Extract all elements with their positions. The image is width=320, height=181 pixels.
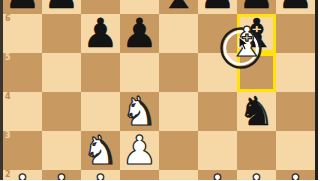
white-pawn-h2[interactable]: ♟ bbox=[278, 170, 314, 181]
white-pawn-c2[interactable]: ♟ bbox=[83, 170, 119, 181]
white-knight-d4[interactable]: ♞ bbox=[122, 92, 158, 131]
black-pawn-h7[interactable]: ♟ bbox=[278, 0, 314, 14]
black-pawn-f7[interactable]: ♟ bbox=[200, 0, 236, 14]
rank-label-3: 3 bbox=[5, 132, 11, 140]
square-d6[interactable]: ♟ bbox=[120, 14, 159, 53]
square-b6[interactable] bbox=[42, 14, 81, 53]
square-e6[interactable] bbox=[159, 14, 198, 53]
black-pawn-d6[interactable]: ♟ bbox=[122, 14, 158, 53]
square-h2[interactable]: ♟ bbox=[276, 170, 315, 181]
square-b3[interactable] bbox=[42, 131, 81, 170]
square-c5[interactable] bbox=[81, 53, 120, 92]
square-f4[interactable] bbox=[198, 92, 237, 131]
square-g2[interactable]: ♟ bbox=[237, 170, 276, 181]
white-pawn-f2[interactable]: ♟ bbox=[200, 170, 236, 181]
white-knight-c3[interactable]: ♞ bbox=[83, 131, 119, 170]
square-e4[interactable] bbox=[159, 92, 198, 131]
black-pawn-a7[interactable]: ♟ bbox=[5, 0, 41, 14]
square-h3[interactable] bbox=[276, 131, 315, 170]
square-c2[interactable]: ♟ bbox=[81, 170, 120, 181]
black-bishop-e7[interactable]: ♝ bbox=[161, 0, 197, 14]
square-h5[interactable] bbox=[276, 53, 315, 92]
chess-board[interactable]: 87♟♟♝♟♟♟6♟♟♝54♞♞3♞♟2♟♟♟♟♟♟1 bbox=[3, 0, 315, 180]
rank-label-2: 2 bbox=[5, 171, 11, 179]
square-e2[interactable] bbox=[159, 170, 198, 181]
square-a5[interactable]: 5 bbox=[3, 53, 42, 92]
rank-label-4: 4 bbox=[5, 93, 11, 101]
square-c3[interactable]: ♞ bbox=[81, 131, 120, 170]
white-pawn-g2[interactable]: ♟ bbox=[239, 170, 275, 181]
rank-label-5: 5 bbox=[5, 54, 11, 62]
square-a3[interactable]: 3 bbox=[3, 131, 42, 170]
square-b2[interactable]: ♟ bbox=[42, 170, 81, 181]
board-left-border bbox=[0, 0, 3, 180]
square-b4[interactable] bbox=[42, 92, 81, 131]
black-bishop-g6[interactable]: ♝ bbox=[239, 14, 275, 53]
square-d4[interactable]: ♞ bbox=[120, 92, 159, 131]
square-e3[interactable] bbox=[159, 131, 198, 170]
black-pawn-c6[interactable]: ♟ bbox=[83, 14, 119, 53]
square-g5[interactable] bbox=[237, 53, 276, 92]
black-pawn-b7[interactable]: ♟ bbox=[44, 0, 80, 14]
square-h6[interactable] bbox=[276, 14, 315, 53]
square-f3[interactable] bbox=[198, 131, 237, 170]
square-c4[interactable] bbox=[81, 92, 120, 131]
square-a2[interactable]: 2♟ bbox=[3, 170, 42, 181]
square-b7[interactable]: ♟ bbox=[42, 0, 81, 14]
square-a4[interactable]: 4 bbox=[3, 92, 42, 131]
square-a6[interactable]: 6 bbox=[3, 14, 42, 53]
square-e7[interactable]: ♝ bbox=[159, 0, 198, 14]
square-e5[interactable] bbox=[159, 53, 198, 92]
square-f5[interactable] bbox=[198, 53, 237, 92]
square-d5[interactable] bbox=[120, 53, 159, 92]
square-f6[interactable] bbox=[198, 14, 237, 53]
square-c6[interactable]: ♟ bbox=[81, 14, 120, 53]
square-h7[interactable]: ♟ bbox=[276, 0, 315, 14]
square-f2[interactable]: ♟ bbox=[198, 170, 237, 181]
square-b5[interactable] bbox=[42, 53, 81, 92]
square-a7[interactable]: 7♟ bbox=[3, 0, 42, 14]
square-g3[interactable] bbox=[237, 131, 276, 170]
square-g4[interactable]: ♞ bbox=[237, 92, 276, 131]
square-h4[interactable] bbox=[276, 92, 315, 131]
square-g6[interactable]: ♝ bbox=[237, 14, 276, 53]
square-f7[interactable]: ♟ bbox=[198, 0, 237, 14]
black-knight-g4[interactable]: ♞ bbox=[239, 92, 275, 131]
chess-board-screenshot: 87♟♟♝♟♟♟6♟♟♝54♞♞3♞♟2♟♟♟♟♟♟1 ♝ bbox=[0, 0, 320, 180]
white-pawn-b2[interactable]: ♟ bbox=[44, 170, 80, 181]
square-d3[interactable]: ♟ bbox=[120, 131, 159, 170]
rank-label-6: 6 bbox=[5, 15, 11, 23]
white-pawn-d3[interactable]: ♟ bbox=[122, 131, 158, 170]
